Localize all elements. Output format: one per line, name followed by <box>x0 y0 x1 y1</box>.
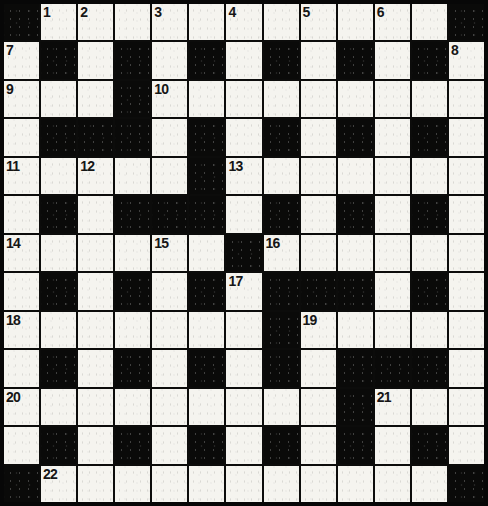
black-cell <box>189 196 224 232</box>
white-cell[interactable] <box>338 81 373 117</box>
clue-number: 13 <box>228 159 242 173</box>
white-cell[interactable] <box>375 119 410 155</box>
white-cell[interactable] <box>41 158 76 194</box>
white-cell[interactable] <box>152 158 187 194</box>
white-cell[interactable]: 2 <box>78 4 113 40</box>
white-cell[interactable] <box>301 42 336 78</box>
white-cell[interactable]: 4 <box>226 4 261 40</box>
white-cell[interactable] <box>375 196 410 232</box>
white-cell[interactable] <box>375 42 410 78</box>
white-cell[interactable] <box>189 4 224 40</box>
black-cell <box>115 427 150 463</box>
white-cell[interactable]: 1 <box>41 4 76 40</box>
white-cell[interactable]: 9 <box>4 81 39 117</box>
white-cell[interactable] <box>78 196 113 232</box>
white-cell[interactable] <box>412 312 447 348</box>
white-cell[interactable]: 20 <box>4 389 39 425</box>
black-cell <box>115 196 150 232</box>
white-cell[interactable] <box>375 427 410 463</box>
white-cell[interactable] <box>449 312 484 348</box>
black-cell <box>264 42 299 78</box>
white-cell[interactable] <box>449 81 484 117</box>
black-cell <box>338 119 373 155</box>
black-cell <box>412 427 447 463</box>
black-cell <box>264 312 299 348</box>
white-cell[interactable] <box>449 196 484 232</box>
white-cell[interactable] <box>4 350 39 386</box>
white-cell[interactable] <box>375 466 410 502</box>
black-cell <box>189 119 224 155</box>
white-cell[interactable] <box>375 158 410 194</box>
white-cell[interactable]: 16 <box>264 235 299 271</box>
white-cell[interactable]: 14 <box>4 235 39 271</box>
crossword-board: 12345678910111213141516171819202122 <box>0 0 488 506</box>
clue-number: 20 <box>6 390 20 404</box>
clue-number: 2 <box>80 5 87 19</box>
white-cell[interactable] <box>301 119 336 155</box>
white-cell[interactable]: 21 <box>375 389 410 425</box>
white-cell[interactable] <box>301 389 336 425</box>
white-cell[interactable] <box>152 273 187 309</box>
white-cell[interactable] <box>78 427 113 463</box>
white-cell[interactable] <box>78 273 113 309</box>
black-cell <box>412 196 447 232</box>
black-cell <box>264 273 299 309</box>
white-cell[interactable] <box>78 350 113 386</box>
white-cell[interactable] <box>226 119 261 155</box>
white-cell[interactable]: 22 <box>41 466 76 502</box>
white-cell[interactable] <box>449 119 484 155</box>
clue-number: 19 <box>303 313 317 327</box>
white-cell[interactable] <box>115 235 150 271</box>
black-cell <box>338 389 373 425</box>
black-cell <box>264 119 299 155</box>
black-cell <box>115 42 150 78</box>
black-cell <box>4 466 39 502</box>
white-cell[interactable] <box>226 312 261 348</box>
white-cell[interactable] <box>338 158 373 194</box>
white-cell[interactable]: 12 <box>78 158 113 194</box>
clue-number: 9 <box>6 82 13 96</box>
white-cell[interactable] <box>412 389 447 425</box>
white-cell[interactable] <box>41 389 76 425</box>
white-cell[interactable] <box>189 235 224 271</box>
white-cell[interactable] <box>115 312 150 348</box>
white-cell[interactable] <box>226 427 261 463</box>
white-cell[interactable] <box>115 389 150 425</box>
white-cell[interactable] <box>152 312 187 348</box>
black-cell <box>338 196 373 232</box>
clue-number: 5 <box>303 5 310 19</box>
white-cell[interactable] <box>301 427 336 463</box>
clue-number: 17 <box>228 274 242 288</box>
white-cell[interactable] <box>301 196 336 232</box>
white-cell[interactable]: 3 <box>152 4 187 40</box>
black-cell <box>152 196 187 232</box>
white-cell[interactable]: 6 <box>375 4 410 40</box>
black-cell <box>41 273 76 309</box>
white-cell[interactable] <box>412 81 447 117</box>
black-cell <box>78 119 113 155</box>
black-cell <box>338 273 373 309</box>
white-cell[interactable]: 8 <box>449 42 484 78</box>
black-cell <box>338 427 373 463</box>
black-cell <box>115 350 150 386</box>
white-cell[interactable] <box>301 235 336 271</box>
white-cell[interactable] <box>301 466 336 502</box>
white-cell[interactable] <box>4 119 39 155</box>
black-cell <box>264 427 299 463</box>
white-cell[interactable] <box>152 389 187 425</box>
black-cell <box>264 350 299 386</box>
white-cell[interactable]: 10 <box>152 81 187 117</box>
white-cell[interactable] <box>226 350 261 386</box>
black-cell <box>264 196 299 232</box>
clue-number: 10 <box>154 82 168 96</box>
black-cell <box>301 273 336 309</box>
white-cell[interactable] <box>226 42 261 78</box>
white-cell[interactable] <box>338 4 373 40</box>
white-cell[interactable] <box>375 312 410 348</box>
black-cell <box>189 273 224 309</box>
white-cell[interactable] <box>226 81 261 117</box>
white-cell[interactable] <box>226 466 261 502</box>
white-cell[interactable] <box>226 196 261 232</box>
white-cell[interactable] <box>301 81 336 117</box>
white-cell[interactable] <box>152 119 187 155</box>
white-cell[interactable]: 17 <box>226 273 261 309</box>
white-cell[interactable] <box>152 42 187 78</box>
black-cell <box>449 466 484 502</box>
black-cell <box>189 158 224 194</box>
white-cell[interactable] <box>189 312 224 348</box>
white-cell[interactable] <box>78 235 113 271</box>
white-cell[interactable] <box>412 158 447 194</box>
black-cell <box>115 119 150 155</box>
white-cell[interactable] <box>449 273 484 309</box>
black-cell <box>41 427 76 463</box>
clue-number: 8 <box>451 43 458 57</box>
black-cell <box>189 427 224 463</box>
white-cell[interactable] <box>375 235 410 271</box>
black-cell <box>41 119 76 155</box>
white-cell[interactable] <box>264 158 299 194</box>
black-cell <box>412 350 447 386</box>
white-cell[interactable] <box>189 466 224 502</box>
white-cell[interactable] <box>449 389 484 425</box>
white-cell[interactable] <box>226 389 261 425</box>
white-cell[interactable]: 15 <box>152 235 187 271</box>
white-cell[interactable] <box>4 427 39 463</box>
clue-number: 6 <box>377 5 384 19</box>
black-cell <box>41 42 76 78</box>
white-cell[interactable] <box>375 273 410 309</box>
white-cell[interactable] <box>152 350 187 386</box>
white-cell[interactable] <box>78 466 113 502</box>
white-cell[interactable] <box>78 389 113 425</box>
black-cell <box>115 273 150 309</box>
white-cell[interactable] <box>189 389 224 425</box>
black-cell <box>115 81 150 117</box>
black-cell <box>41 350 76 386</box>
white-cell[interactable] <box>449 350 484 386</box>
clue-number: 12 <box>80 159 94 173</box>
white-cell[interactable] <box>78 42 113 78</box>
white-cell[interactable] <box>375 81 410 117</box>
clue-number: 3 <box>154 5 161 19</box>
black-cell <box>189 350 224 386</box>
clue-number: 21 <box>377 390 391 404</box>
white-cell[interactable] <box>449 427 484 463</box>
black-cell <box>375 350 410 386</box>
white-cell[interactable] <box>41 235 76 271</box>
white-cell[interactable] <box>264 81 299 117</box>
white-cell[interactable] <box>115 158 150 194</box>
white-cell[interactable] <box>301 158 336 194</box>
clue-number: 4 <box>228 5 235 19</box>
white-cell[interactable] <box>189 81 224 117</box>
white-cell[interactable] <box>338 235 373 271</box>
white-cell[interactable]: 13 <box>226 158 261 194</box>
black-cell <box>412 119 447 155</box>
black-cell <box>338 350 373 386</box>
white-cell[interactable] <box>78 81 113 117</box>
white-cell[interactable] <box>41 312 76 348</box>
white-cell[interactable] <box>115 4 150 40</box>
white-cell[interactable] <box>412 235 447 271</box>
white-cell[interactable] <box>449 235 484 271</box>
clue-number: 14 <box>6 236 20 250</box>
black-cell <box>338 42 373 78</box>
white-cell[interactable] <box>78 312 113 348</box>
white-cell[interactable]: 11 <box>4 158 39 194</box>
white-cell[interactable] <box>41 81 76 117</box>
white-cell[interactable] <box>115 466 150 502</box>
clue-number: 18 <box>6 313 20 327</box>
black-cell <box>4 4 39 40</box>
clue-number: 7 <box>6 43 13 57</box>
white-cell[interactable] <box>264 4 299 40</box>
white-cell[interactable] <box>412 466 447 502</box>
white-cell[interactable] <box>4 273 39 309</box>
black-cell <box>41 196 76 232</box>
white-cell[interactable]: 5 <box>301 4 336 40</box>
white-cell[interactable] <box>449 158 484 194</box>
white-cell[interactable]: 19 <box>301 312 336 348</box>
white-cell[interactable] <box>152 466 187 502</box>
white-cell[interactable] <box>152 427 187 463</box>
white-cell[interactable] <box>338 466 373 502</box>
white-cell[interactable] <box>4 196 39 232</box>
white-cell[interactable]: 7 <box>4 42 39 78</box>
black-cell <box>226 235 261 271</box>
black-cell <box>449 4 484 40</box>
clue-number: 22 <box>43 467 57 481</box>
white-cell[interactable] <box>264 466 299 502</box>
white-cell[interactable] <box>264 389 299 425</box>
white-cell[interactable] <box>412 4 447 40</box>
clue-number: 15 <box>154 236 168 250</box>
clue-number: 1 <box>43 5 50 19</box>
clue-number: 16 <box>266 236 280 250</box>
clue-number: 11 <box>6 159 19 173</box>
white-cell[interactable] <box>338 312 373 348</box>
black-cell <box>412 42 447 78</box>
white-cell[interactable] <box>301 350 336 386</box>
white-cell[interactable]: 18 <box>4 312 39 348</box>
black-cell <box>189 42 224 78</box>
black-cell <box>412 273 447 309</box>
